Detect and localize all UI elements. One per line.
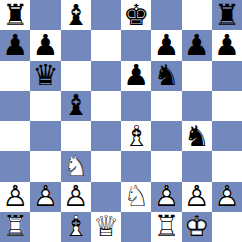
square-g4[interactable]: ♞	[182, 121, 212, 151]
square-h2[interactable]: ♟♙	[212, 182, 242, 212]
square-b1[interactable]	[30, 212, 60, 242]
square-e2[interactable]: ♞♘	[121, 182, 151, 212]
square-e4[interactable]: ♝♗	[121, 121, 151, 151]
square-g1[interactable]: ♚♔	[182, 212, 212, 242]
square-c4[interactable]	[61, 121, 91, 151]
square-d1[interactable]: ♛♕	[91, 212, 121, 242]
black-rook-glyph: ♜	[212, 0, 242, 30]
white-knight-outline: ♘	[121, 182, 151, 212]
square-d8[interactable]	[91, 0, 121, 30]
square-b8[interactable]	[30, 0, 60, 30]
square-g2[interactable]: ♟♙	[182, 182, 212, 212]
black-knight-icon[interactable]: ♞	[151, 61, 181, 91]
black-pawn-glyph: ♟	[182, 30, 212, 60]
white-queen-outline: ♕	[91, 212, 121, 242]
square-h7[interactable]: ♟	[212, 30, 242, 60]
white-pawn-icon[interactable]: ♟♙	[182, 182, 212, 212]
white-pawn-outline: ♙	[30, 182, 60, 212]
square-a3[interactable]	[0, 151, 30, 181]
square-c7[interactable]	[61, 30, 91, 60]
square-b7[interactable]: ♟	[30, 30, 60, 60]
white-knight-icon[interactable]: ♞♘	[121, 182, 151, 212]
chess-board: ♜♝♚♜♟♟♟♟♟♛♟♞♝♝♗♞♞♘♟♙♟♙♟♙♞♘♟♙♟♙♟♙♜♖♝♗♛♕♜♖…	[0, 0, 242, 242]
square-h3[interactable]	[212, 151, 242, 181]
black-bishop-icon[interactable]: ♝	[61, 91, 91, 121]
square-e5[interactable]	[121, 91, 151, 121]
white-pawn-icon[interactable]: ♟♙	[0, 182, 30, 212]
black-pawn-icon[interactable]: ♟	[151, 30, 181, 60]
white-king-icon[interactable]: ♚♔	[182, 212, 212, 242]
square-a7[interactable]: ♟	[0, 30, 30, 60]
square-c2[interactable]: ♟♙	[61, 182, 91, 212]
square-c8[interactable]: ♝	[61, 0, 91, 30]
white-rook-icon[interactable]: ♜♖	[0, 212, 30, 242]
square-a8[interactable]: ♜	[0, 0, 30, 30]
square-c1[interactable]: ♝♗	[61, 212, 91, 242]
white-knight-icon[interactable]: ♞♘	[61, 151, 91, 181]
square-a5[interactable]	[0, 91, 30, 121]
square-g6[interactable]	[182, 61, 212, 91]
square-b4[interactable]	[30, 121, 60, 151]
square-e3[interactable]	[121, 151, 151, 181]
square-e7[interactable]	[121, 30, 151, 60]
black-bishop-glyph: ♝	[61, 0, 91, 30]
square-h1[interactable]	[212, 212, 242, 242]
white-pawn-outline: ♙	[182, 182, 212, 212]
square-e8[interactable]: ♚	[121, 0, 151, 30]
square-h8[interactable]: ♜	[212, 0, 242, 30]
white-rook-icon[interactable]: ♜♖	[151, 212, 181, 242]
white-bishop-outline: ♗	[61, 212, 91, 242]
square-e6[interactable]: ♟	[121, 61, 151, 91]
black-pawn-glyph: ♟	[151, 30, 181, 60]
black-king-glyph: ♚	[121, 0, 151, 30]
square-d6[interactable]	[91, 61, 121, 91]
square-b3[interactable]	[30, 151, 60, 181]
square-g5[interactable]	[182, 91, 212, 121]
black-rook-icon[interactable]: ♜	[0, 0, 30, 30]
black-knight-icon[interactable]: ♞	[182, 121, 212, 151]
white-pawn-icon[interactable]: ♟♙	[30, 182, 60, 212]
square-f5[interactable]	[151, 91, 181, 121]
black-bishop-icon[interactable]: ♝	[61, 0, 91, 30]
square-h5[interactable]	[212, 91, 242, 121]
black-king-icon[interactable]: ♚	[121, 0, 151, 30]
black-rook-glyph: ♜	[0, 0, 30, 30]
square-g7[interactable]: ♟	[182, 30, 212, 60]
square-f8[interactable]	[151, 0, 181, 30]
square-d2[interactable]	[91, 182, 121, 212]
white-knight-outline: ♘	[61, 151, 91, 181]
white-rook-outline: ♖	[151, 212, 181, 242]
square-f6[interactable]: ♞	[151, 61, 181, 91]
white-queen-icon[interactable]: ♛♕	[91, 212, 121, 242]
black-knight-glyph: ♞	[151, 61, 181, 91]
black-pawn-glyph: ♟	[0, 30, 30, 60]
square-f4[interactable]	[151, 121, 181, 151]
white-bishop-outline: ♗	[121, 121, 151, 151]
square-c3[interactable]: ♞♘	[61, 151, 91, 181]
square-b6[interactable]: ♛	[30, 61, 60, 91]
square-g8[interactable]	[182, 0, 212, 30]
black-pawn-icon[interactable]: ♟	[182, 30, 212, 60]
black-pawn-icon[interactable]: ♟	[30, 30, 60, 60]
black-pawn-icon[interactable]: ♟	[212, 30, 242, 60]
square-c5[interactable]: ♝	[61, 91, 91, 121]
square-f3[interactable]	[151, 151, 181, 181]
square-a1[interactable]: ♜♖	[0, 212, 30, 242]
black-pawn-icon[interactable]: ♟	[121, 61, 151, 91]
square-d4[interactable]	[91, 121, 121, 151]
black-pawn-glyph: ♟	[30, 30, 60, 60]
white-pawn-outline: ♙	[151, 182, 181, 212]
square-e1[interactable]	[121, 212, 151, 242]
square-b5[interactable]	[30, 91, 60, 121]
black-bishop-glyph: ♝	[61, 91, 91, 121]
black-queen-icon[interactable]: ♛	[30, 61, 60, 91]
square-d5[interactable]	[91, 91, 121, 121]
square-a4[interactable]	[0, 121, 30, 151]
black-pawn-icon[interactable]: ♟	[0, 30, 30, 60]
white-rook-outline: ♖	[0, 212, 30, 242]
square-h6[interactable]	[212, 61, 242, 91]
black-pawn-glyph: ♟	[212, 30, 242, 60]
white-king-outline: ♔	[182, 212, 212, 242]
white-pawn-icon[interactable]: ♟♙	[61, 182, 91, 212]
square-a6[interactable]	[0, 61, 30, 91]
black-rook-icon[interactable]: ♜	[212, 0, 242, 30]
black-pawn-glyph: ♟	[121, 61, 151, 91]
square-f2[interactable]: ♟♙	[151, 182, 181, 212]
white-pawn-icon[interactable]: ♟♙	[212, 182, 242, 212]
square-h4[interactable]	[212, 121, 242, 151]
black-knight-glyph: ♞	[182, 121, 212, 151]
white-bishop-icon[interactable]: ♝♗	[61, 212, 91, 242]
square-g3[interactable]	[182, 151, 212, 181]
square-c6[interactable]	[61, 61, 91, 91]
square-d7[interactable]	[91, 30, 121, 60]
square-b2[interactable]: ♟♙	[30, 182, 60, 212]
square-a2[interactable]: ♟♙	[0, 182, 30, 212]
white-pawn-outline: ♙	[61, 182, 91, 212]
square-d3[interactable]	[91, 151, 121, 181]
black-queen-glyph: ♛	[30, 61, 60, 91]
white-pawn-icon[interactable]: ♟♙	[151, 182, 181, 212]
white-bishop-icon[interactable]: ♝♗	[121, 121, 151, 151]
square-f7[interactable]: ♟	[151, 30, 181, 60]
white-pawn-outline: ♙	[0, 182, 30, 212]
square-f1[interactable]: ♜♖	[151, 212, 181, 242]
white-pawn-outline: ♙	[212, 182, 242, 212]
